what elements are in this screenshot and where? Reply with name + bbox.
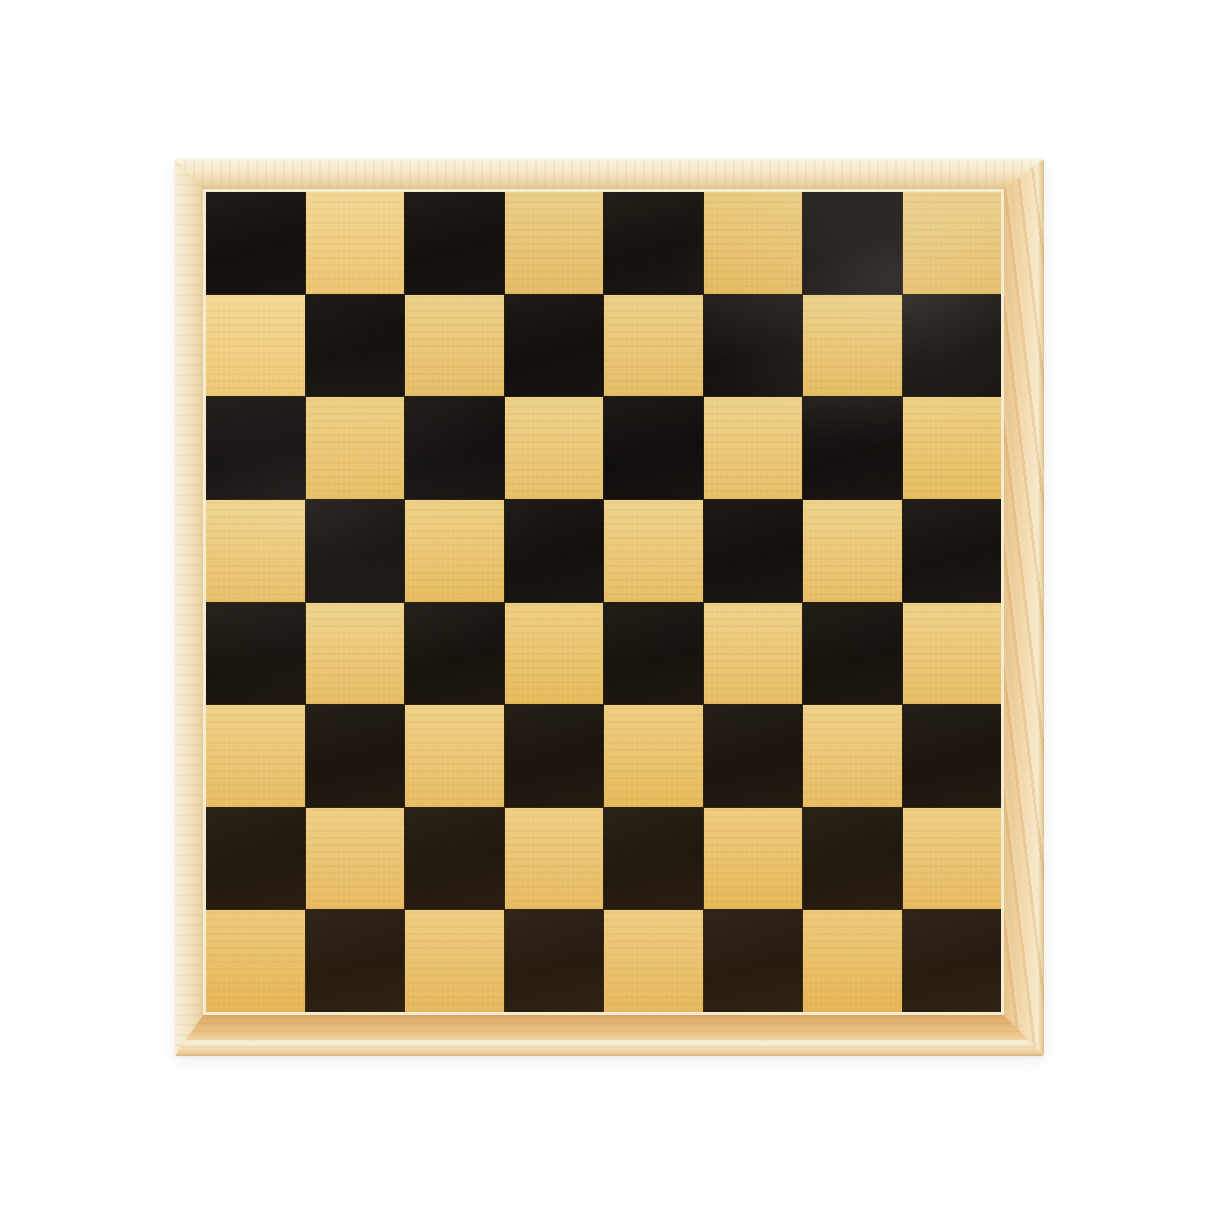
square-h5[interactable] (903, 500, 1002, 602)
square-b7[interactable] (306, 295, 405, 397)
square-b1[interactable] (306, 910, 405, 1012)
square-h1[interactable] (903, 910, 1002, 1012)
board-play-area (203, 189, 1004, 1015)
board-frame-bottom (175, 1015, 1044, 1056)
square-f4[interactable] (704, 603, 803, 705)
square-h7[interactable] (903, 295, 1002, 397)
square-d6[interactable] (505, 397, 604, 499)
square-e7[interactable] (604, 295, 703, 397)
square-e1[interactable] (604, 910, 703, 1012)
photo-canvas (0, 0, 1214, 1214)
square-d3[interactable] (505, 705, 604, 807)
square-f3[interactable] (704, 705, 803, 807)
square-g6[interactable] (803, 397, 902, 499)
square-a5[interactable] (206, 500, 305, 602)
square-e8[interactable] (604, 192, 703, 294)
square-d2[interactable] (505, 808, 604, 910)
square-d1[interactable] (505, 910, 604, 1012)
square-g4[interactable] (803, 603, 902, 705)
square-a4[interactable] (206, 603, 305, 705)
square-a7[interactable] (206, 295, 305, 397)
square-g5[interactable] (803, 500, 902, 602)
square-c2[interactable] (405, 808, 504, 910)
square-e4[interactable] (604, 603, 703, 705)
square-d7[interactable] (505, 295, 604, 397)
square-c6[interactable] (405, 397, 504, 499)
square-c8[interactable] (405, 192, 504, 294)
board-grid (206, 192, 1001, 1012)
square-f2[interactable] (704, 808, 803, 910)
square-d8[interactable] (505, 192, 604, 294)
square-a6[interactable] (206, 397, 305, 499)
board-frame-left (175, 159, 203, 1056)
square-b2[interactable] (306, 808, 405, 910)
square-b5[interactable] (306, 500, 405, 602)
board-frame-top (175, 159, 1044, 189)
square-g1[interactable] (803, 910, 902, 1012)
square-g3[interactable] (803, 705, 902, 807)
square-e2[interactable] (604, 808, 703, 910)
square-b3[interactable] (306, 705, 405, 807)
square-a2[interactable] (206, 808, 305, 910)
square-c5[interactable] (405, 500, 504, 602)
square-b6[interactable] (306, 397, 405, 499)
square-e6[interactable] (604, 397, 703, 499)
square-g7[interactable] (803, 295, 902, 397)
square-c7[interactable] (405, 295, 504, 397)
square-e5[interactable] (604, 500, 703, 602)
square-a8[interactable] (206, 192, 305, 294)
game-board (175, 159, 1044, 1056)
square-d4[interactable] (505, 603, 604, 705)
square-a3[interactable] (206, 705, 305, 807)
square-b8[interactable] (306, 192, 405, 294)
square-b4[interactable] (306, 603, 405, 705)
square-h2[interactable] (903, 808, 1002, 910)
square-c3[interactable] (405, 705, 504, 807)
square-g2[interactable] (803, 808, 902, 910)
square-a1[interactable] (206, 910, 305, 1012)
square-g8[interactable] (803, 192, 902, 294)
square-h6[interactable] (903, 397, 1002, 499)
square-f7[interactable] (704, 295, 803, 397)
square-h4[interactable] (903, 603, 1002, 705)
square-f5[interactable] (704, 500, 803, 602)
square-c1[interactable] (405, 910, 504, 1012)
board-frame-right (1004, 159, 1044, 1056)
square-h3[interactable] (903, 705, 1002, 807)
square-f8[interactable] (704, 192, 803, 294)
square-d5[interactable] (505, 500, 604, 602)
square-f6[interactable] (704, 397, 803, 499)
square-c4[interactable] (405, 603, 504, 705)
square-h8[interactable] (903, 192, 1002, 294)
square-e3[interactable] (604, 705, 703, 807)
square-f1[interactable] (704, 910, 803, 1012)
